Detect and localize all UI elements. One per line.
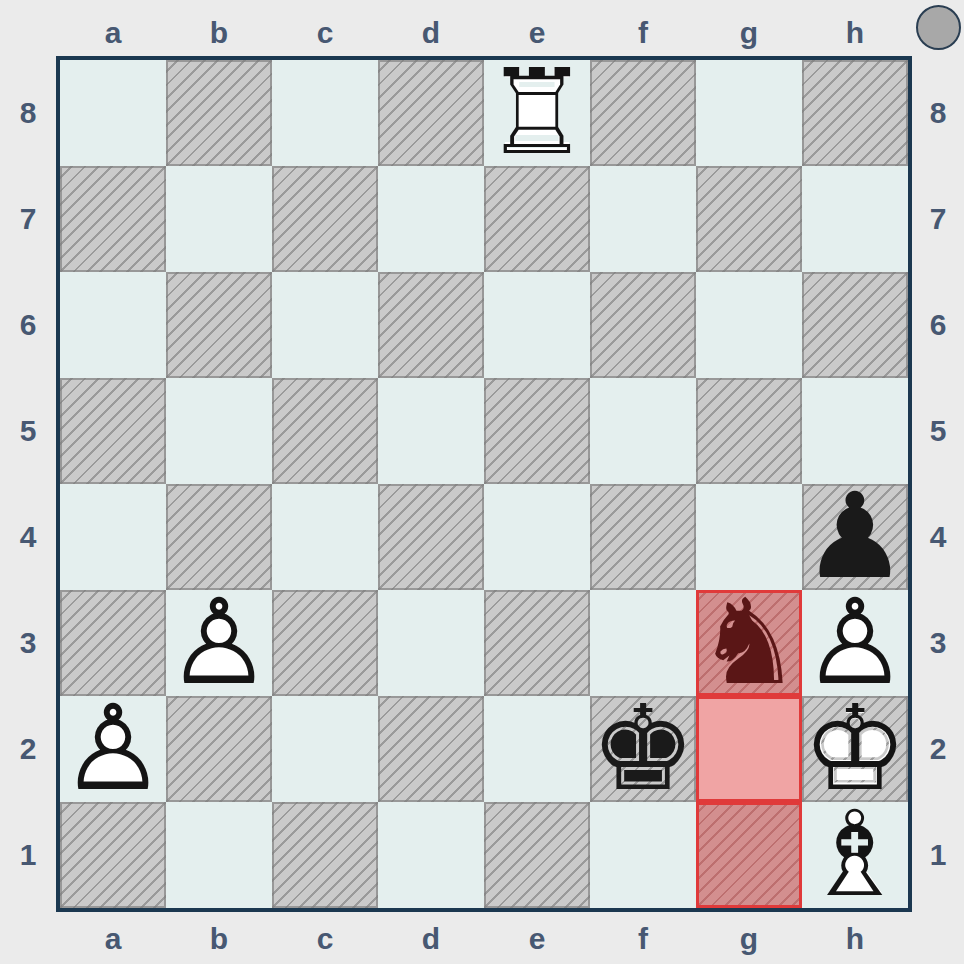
square-a7[interactable] bbox=[60, 166, 166, 272]
square-f2[interactable]: ♚ bbox=[590, 696, 696, 802]
rank-labels-left: 87654321 bbox=[0, 60, 56, 908]
square-a5[interactable] bbox=[60, 378, 166, 484]
square-b5[interactable] bbox=[166, 378, 272, 484]
piece-glyph: ♙ bbox=[60, 689, 166, 807]
rank-label-right-3: 3 bbox=[912, 626, 964, 660]
rank-label-right-7: 7 bbox=[912, 202, 964, 236]
square-d3[interactable] bbox=[378, 590, 484, 696]
file-label-bottom-a: a bbox=[60, 922, 166, 956]
rank-label-left-4: 4 bbox=[0, 520, 56, 554]
file-label-top-d: d bbox=[378, 16, 484, 50]
square-h7[interactable] bbox=[802, 166, 908, 272]
square-d4[interactable] bbox=[378, 484, 484, 590]
file-label-bottom-e: e bbox=[484, 922, 590, 956]
rank-label-right-1: 1 bbox=[912, 838, 964, 872]
file-label-top-h: h bbox=[802, 16, 908, 50]
file-label-top-g: g bbox=[696, 16, 802, 50]
file-labels-bottom: abcdefgh bbox=[60, 912, 908, 964]
white-bishop-h1[interactable]: ♝♗ bbox=[802, 802, 908, 908]
square-d2[interactable] bbox=[378, 696, 484, 802]
black-knight-g3[interactable]: ♞ bbox=[696, 590, 802, 696]
square-b1[interactable] bbox=[166, 802, 272, 908]
square-d1[interactable] bbox=[378, 802, 484, 908]
square-b2[interactable] bbox=[166, 696, 272, 802]
square-c6[interactable] bbox=[272, 272, 378, 378]
square-h1[interactable]: ♝♗ bbox=[802, 802, 908, 908]
rank-label-left-3: 3 bbox=[0, 626, 56, 660]
square-f7[interactable] bbox=[590, 166, 696, 272]
square-e1[interactable] bbox=[484, 802, 590, 908]
square-e8[interactable]: ♜♖ bbox=[484, 60, 590, 166]
file-label-top-f: f bbox=[590, 16, 696, 50]
square-e7[interactable] bbox=[484, 166, 590, 272]
rank-label-right-2: 2 bbox=[912, 732, 964, 766]
square-b3[interactable]: ♟♙ bbox=[166, 590, 272, 696]
square-a1[interactable] bbox=[60, 802, 166, 908]
rank-label-right-8: 8 bbox=[912, 96, 964, 130]
file-label-bottom-d: d bbox=[378, 922, 484, 956]
square-b6[interactable] bbox=[166, 272, 272, 378]
file-label-bottom-g: g bbox=[696, 922, 802, 956]
white-pawn-a2[interactable]: ♟♙ bbox=[60, 696, 166, 802]
square-c4[interactable] bbox=[272, 484, 378, 590]
rank-label-left-2: 2 bbox=[0, 732, 56, 766]
rank-label-right-6: 6 bbox=[912, 308, 964, 342]
piece-glyph: ♙ bbox=[166, 583, 272, 701]
square-e6[interactable] bbox=[484, 272, 590, 378]
rank-label-right-5: 5 bbox=[912, 414, 964, 448]
move-indicator-circle bbox=[916, 5, 961, 50]
chess-diagram: abcdefgh 87654321 87654321 abcdefgh ♜♖♟♟… bbox=[0, 0, 964, 964]
square-e3[interactable] bbox=[484, 590, 590, 696]
board: ♜♖♟♟♙♞♟♙♟♙♚♚♔♝♗ bbox=[56, 56, 912, 912]
square-b7[interactable] bbox=[166, 166, 272, 272]
square-f6[interactable] bbox=[590, 272, 696, 378]
square-g8[interactable] bbox=[696, 60, 802, 166]
square-e5[interactable] bbox=[484, 378, 590, 484]
white-pawn-b3[interactable]: ♟♙ bbox=[166, 590, 272, 696]
square-h6[interactable] bbox=[802, 272, 908, 378]
square-f8[interactable] bbox=[590, 60, 696, 166]
square-c7[interactable] bbox=[272, 166, 378, 272]
square-f4[interactable] bbox=[590, 484, 696, 590]
file-label-top-b: b bbox=[166, 16, 272, 50]
square-e4[interactable] bbox=[484, 484, 590, 590]
square-a2[interactable]: ♟♙ bbox=[60, 696, 166, 802]
rank-labels-right: 87654321 bbox=[912, 60, 964, 908]
piece-glyph: ♗ bbox=[802, 795, 908, 913]
square-f1[interactable] bbox=[590, 802, 696, 908]
square-a4[interactable] bbox=[60, 484, 166, 590]
square-c5[interactable] bbox=[272, 378, 378, 484]
file-label-top-a: a bbox=[60, 16, 166, 50]
piece-glyph: ♖ bbox=[484, 53, 590, 171]
square-d8[interactable] bbox=[378, 60, 484, 166]
file-label-top-c: c bbox=[272, 16, 378, 50]
file-label-bottom-c: c bbox=[272, 922, 378, 956]
square-a6[interactable] bbox=[60, 272, 166, 378]
file-label-bottom-f: f bbox=[590, 922, 696, 956]
rank-label-left-6: 6 bbox=[0, 308, 56, 342]
square-d5[interactable] bbox=[378, 378, 484, 484]
square-d7[interactable] bbox=[378, 166, 484, 272]
white-rook-e8[interactable]: ♜♖ bbox=[484, 60, 590, 166]
rank-label-left-7: 7 bbox=[0, 202, 56, 236]
square-a8[interactable] bbox=[60, 60, 166, 166]
piece-glyph: ♞ bbox=[696, 583, 802, 701]
rank-label-left-1: 1 bbox=[0, 838, 56, 872]
rank-label-left-5: 5 bbox=[0, 414, 56, 448]
square-g5[interactable] bbox=[696, 378, 802, 484]
file-label-bottom-b: b bbox=[166, 922, 272, 956]
square-g6[interactable] bbox=[696, 272, 802, 378]
square-g2[interactable] bbox=[696, 696, 802, 802]
square-d6[interactable] bbox=[378, 272, 484, 378]
square-g1[interactable] bbox=[696, 802, 802, 908]
file-label-bottom-h: h bbox=[802, 922, 908, 956]
square-e2[interactable] bbox=[484, 696, 590, 802]
square-g7[interactable] bbox=[696, 166, 802, 272]
square-c3[interactable] bbox=[272, 590, 378, 696]
square-g3[interactable]: ♞ bbox=[696, 590, 802, 696]
black-king-f2[interactable]: ♚ bbox=[590, 696, 696, 802]
square-c8[interactable] bbox=[272, 60, 378, 166]
rank-label-right-4: 4 bbox=[912, 520, 964, 554]
piece-glyph: ♚ bbox=[590, 689, 696, 807]
rank-label-left-8: 8 bbox=[0, 96, 56, 130]
square-h8[interactable] bbox=[802, 60, 908, 166]
square-f5[interactable] bbox=[590, 378, 696, 484]
square-c1[interactable] bbox=[272, 802, 378, 908]
square-b8[interactable] bbox=[166, 60, 272, 166]
square-c2[interactable] bbox=[272, 696, 378, 802]
